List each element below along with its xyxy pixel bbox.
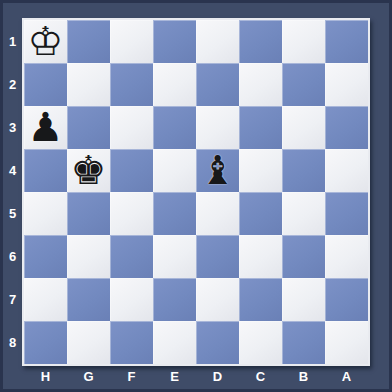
file-label-e: E: [153, 367, 196, 387]
square-f4[interactable]: [110, 149, 153, 192]
square-b4[interactable]: [282, 149, 325, 192]
square-c5[interactable]: [239, 192, 282, 235]
square-d2[interactable]: [196, 63, 239, 106]
chess-board-frame: 12345678 ♔♟♚♝ HGFEDCBA: [0, 0, 392, 392]
square-a4[interactable]: [325, 149, 368, 192]
square-c8[interactable]: [239, 321, 282, 364]
square-b7[interactable]: [282, 278, 325, 321]
square-d3[interactable]: [196, 106, 239, 149]
rank-label-1: 1: [3, 20, 22, 63]
rank-label-5: 5: [3, 192, 22, 235]
square-f2[interactable]: [110, 63, 153, 106]
piece-black-king[interactable]: ♚: [67, 149, 110, 192]
file-label-c: C: [239, 367, 282, 387]
square-c1[interactable]: [239, 20, 282, 63]
rank-label-4: 4: [3, 149, 22, 192]
square-f8[interactable]: [110, 321, 153, 364]
square-e4[interactable]: [153, 149, 196, 192]
square-c6[interactable]: [239, 235, 282, 278]
square-c7[interactable]: [239, 278, 282, 321]
square-b6[interactable]: [282, 235, 325, 278]
square-h3[interactable]: ♟: [24, 106, 67, 149]
square-e3[interactable]: [153, 106, 196, 149]
file-label-h: H: [24, 367, 67, 387]
square-b2[interactable]: [282, 63, 325, 106]
file-label-b: B: [282, 367, 325, 387]
square-d7[interactable]: [196, 278, 239, 321]
rank-labels: 12345678: [3, 20, 22, 364]
square-h4[interactable]: [24, 149, 67, 192]
rank-label-7: 7: [3, 278, 22, 321]
square-g1[interactable]: [67, 20, 110, 63]
square-h1[interactable]: ♔: [24, 20, 67, 63]
square-g8[interactable]: [67, 321, 110, 364]
piece-black-pawn[interactable]: ♟: [24, 106, 67, 149]
square-c4[interactable]: [239, 149, 282, 192]
square-c2[interactable]: [239, 63, 282, 106]
square-d1[interactable]: [196, 20, 239, 63]
chess-board: ♔♟♚♝: [22, 18, 370, 366]
square-a5[interactable]: [325, 192, 368, 235]
square-a2[interactable]: [325, 63, 368, 106]
square-g7[interactable]: [67, 278, 110, 321]
square-a3[interactable]: [325, 106, 368, 149]
piece-white-king[interactable]: ♔: [24, 20, 67, 63]
square-e2[interactable]: [153, 63, 196, 106]
file-labels: HGFEDCBA: [24, 367, 368, 387]
square-g5[interactable]: [67, 192, 110, 235]
square-d4[interactable]: ♝: [196, 149, 239, 192]
square-a6[interactable]: [325, 235, 368, 278]
rank-label-3: 3: [3, 106, 22, 149]
square-h5[interactable]: [24, 192, 67, 235]
square-g4[interactable]: ♚: [67, 149, 110, 192]
square-e7[interactable]: [153, 278, 196, 321]
square-c3[interactable]: [239, 106, 282, 149]
piece-black-bishop[interactable]: ♝: [196, 149, 239, 192]
square-h6[interactable]: [24, 235, 67, 278]
square-e1[interactable]: [153, 20, 196, 63]
file-label-d: D: [196, 367, 239, 387]
square-g6[interactable]: [67, 235, 110, 278]
square-f6[interactable]: [110, 235, 153, 278]
rank-label-2: 2: [3, 63, 22, 106]
square-h2[interactable]: [24, 63, 67, 106]
square-a1[interactable]: [325, 20, 368, 63]
rank-label-6: 6: [3, 235, 22, 278]
board-grid: ♔♟♚♝: [24, 20, 368, 364]
file-label-a: A: [325, 367, 368, 387]
square-f7[interactable]: [110, 278, 153, 321]
square-f3[interactable]: [110, 106, 153, 149]
square-b3[interactable]: [282, 106, 325, 149]
square-a7[interactable]: [325, 278, 368, 321]
square-b5[interactable]: [282, 192, 325, 235]
square-h8[interactable]: [24, 321, 67, 364]
square-h7[interactable]: [24, 278, 67, 321]
square-d8[interactable]: [196, 321, 239, 364]
square-f5[interactable]: [110, 192, 153, 235]
square-b1[interactable]: [282, 20, 325, 63]
square-b8[interactable]: [282, 321, 325, 364]
square-e8[interactable]: [153, 321, 196, 364]
square-g3[interactable]: [67, 106, 110, 149]
file-label-g: G: [67, 367, 110, 387]
square-g2[interactable]: [67, 63, 110, 106]
file-label-f: F: [110, 367, 153, 387]
square-a8[interactable]: [325, 321, 368, 364]
square-e6[interactable]: [153, 235, 196, 278]
rank-label-8: 8: [3, 321, 22, 364]
square-d5[interactable]: [196, 192, 239, 235]
square-f1[interactable]: [110, 20, 153, 63]
square-e5[interactable]: [153, 192, 196, 235]
square-d6[interactable]: [196, 235, 239, 278]
